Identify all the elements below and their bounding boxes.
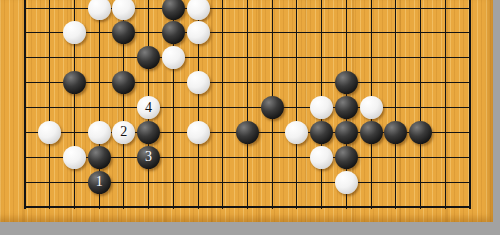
- stone-white[interactable]: [285, 121, 308, 144]
- stone-black[interactable]: [63, 71, 86, 94]
- stone-white[interactable]: [335, 171, 358, 194]
- stone-white[interactable]: [63, 21, 86, 44]
- stone-white[interactable]: [162, 46, 185, 69]
- stone-black[interactable]: [261, 96, 284, 119]
- stone-white[interactable]: [310, 96, 333, 119]
- stone-black[interactable]: [335, 146, 358, 169]
- stone-white[interactable]: [112, 0, 135, 20]
- stone-white[interactable]: [187, 21, 210, 44]
- stone-black[interactable]: [162, 21, 185, 44]
- stone-white[interactable]: [88, 121, 111, 144]
- stone-white[interactable]: [187, 71, 210, 94]
- stone-black[interactable]: [236, 121, 259, 144]
- stone-black[interactable]: 1: [88, 171, 111, 194]
- stone-black[interactable]: [335, 96, 358, 119]
- stone-black[interactable]: [409, 121, 432, 144]
- stone-black[interactable]: [137, 121, 160, 144]
- stone-white[interactable]: [187, 0, 210, 20]
- goban-cells: 4231: [13, 0, 483, 220]
- stone-black[interactable]: [112, 21, 135, 44]
- stone-black[interactable]: [384, 121, 407, 144]
- stone-black[interactable]: [335, 71, 358, 94]
- stone-white[interactable]: [88, 0, 111, 20]
- stone-black[interactable]: [162, 0, 185, 20]
- stone-black[interactable]: [310, 121, 333, 144]
- stone-black[interactable]: [335, 121, 358, 144]
- stone-black[interactable]: 3: [137, 146, 160, 169]
- stone-black[interactable]: [360, 121, 383, 144]
- stone-black[interactable]: [137, 46, 160, 69]
- stone-white[interactable]: [360, 96, 383, 119]
- stone-white[interactable]: [187, 121, 210, 144]
- goban[interactable]: 4231: [0, 0, 493, 222]
- stone-white[interactable]: 4: [137, 96, 160, 119]
- stone-white[interactable]: [63, 146, 86, 169]
- go-board-screenshot: 4231: [0, 0, 500, 235]
- stone-white[interactable]: [310, 146, 333, 169]
- move-number-label: 2: [120, 125, 127, 139]
- stone-white[interactable]: 2: [112, 121, 135, 144]
- move-number-label: 4: [145, 101, 152, 115]
- move-number-label: 3: [145, 150, 152, 164]
- move-number-label: 1: [96, 175, 103, 189]
- stone-white[interactable]: [38, 121, 61, 144]
- stone-black[interactable]: [112, 71, 135, 94]
- stone-black[interactable]: [88, 146, 111, 169]
